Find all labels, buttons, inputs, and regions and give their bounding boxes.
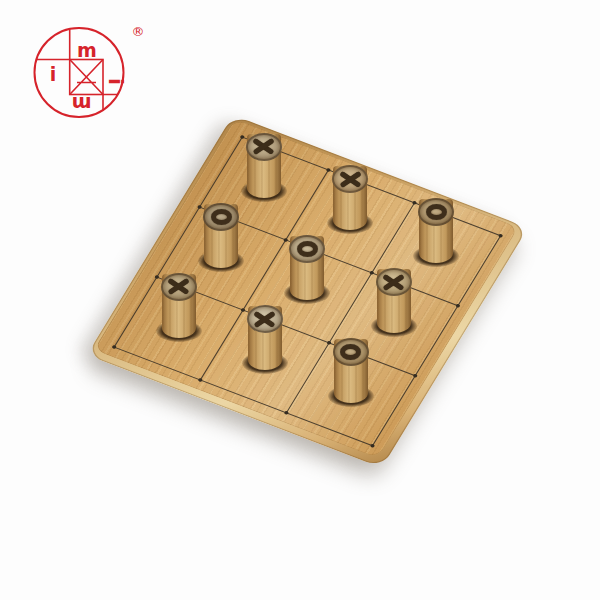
mark-x-icon [161, 273, 197, 301]
mark-x-icon [246, 133, 282, 161]
product-photo-stage: m i i m ® [0, 0, 600, 600]
mark-x-icon [376, 268, 412, 296]
mark-o-icon [203, 203, 239, 231]
pegs-layer [0, 0, 600, 600]
mark-x-icon [247, 305, 283, 333]
mark-o-icon [333, 338, 369, 366]
